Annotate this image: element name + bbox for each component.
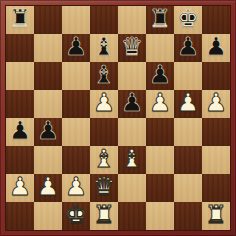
piece-white-pawn[interactable]: ♟ xyxy=(37,174,59,201)
piece-white-pawn[interactable]: ♟ xyxy=(65,174,87,201)
square-d1[interactable]: ♜ xyxy=(90,202,118,230)
piece-white-rook[interactable]: ♜ xyxy=(93,202,115,229)
square-f7[interactable] xyxy=(146,34,174,62)
square-h4[interactable] xyxy=(202,118,230,146)
square-c3[interactable] xyxy=(62,146,90,174)
square-g8[interactable]: ♚ xyxy=(174,6,202,34)
square-d3[interactable]: ♝ xyxy=(90,146,118,174)
square-c6[interactable] xyxy=(62,62,90,90)
square-h5[interactable]: ♟ xyxy=(202,90,230,118)
piece-white-pawn[interactable]: ♟ xyxy=(93,90,115,117)
square-f1[interactable] xyxy=(146,202,174,230)
piece-black-king[interactable]: ♚ xyxy=(177,6,199,33)
square-c1[interactable]: ♚ xyxy=(62,202,90,230)
square-h3[interactable] xyxy=(202,146,230,174)
piece-black-bishop[interactable]: ♝ xyxy=(93,62,115,89)
square-g7[interactable]: ♟ xyxy=(174,34,202,62)
square-a8[interactable]: ♜ xyxy=(6,6,34,34)
square-e4[interactable] xyxy=(118,118,146,146)
square-b8[interactable] xyxy=(34,6,62,34)
piece-white-pawn[interactable]: ♟ xyxy=(149,90,171,117)
piece-black-pawn[interactable]: ♟ xyxy=(121,90,143,117)
piece-white-bishop[interactable]: ♝ xyxy=(93,146,115,173)
square-e3[interactable]: ♝ xyxy=(118,146,146,174)
square-a5[interactable] xyxy=(6,90,34,118)
square-c8[interactable] xyxy=(62,6,90,34)
square-g2[interactable] xyxy=(174,174,202,202)
square-f2[interactable] xyxy=(146,174,174,202)
piece-white-bishop[interactable]: ♝ xyxy=(121,146,143,173)
square-a1[interactable] xyxy=(6,202,34,230)
square-b4[interactable]: ♟ xyxy=(34,118,62,146)
square-h1[interactable]: ♜ xyxy=(202,202,230,230)
piece-black-pawn[interactable]: ♟ xyxy=(65,34,87,61)
square-f4[interactable] xyxy=(146,118,174,146)
square-a3[interactable] xyxy=(6,146,34,174)
square-d4[interactable] xyxy=(90,118,118,146)
piece-black-pawn[interactable]: ♟ xyxy=(9,118,31,145)
piece-white-pawn[interactable]: ♟ xyxy=(9,174,31,201)
square-c2[interactable]: ♟ xyxy=(62,174,90,202)
piece-black-pawn[interactable]: ♟ xyxy=(205,34,227,61)
square-e8[interactable] xyxy=(118,6,146,34)
square-a6[interactable] xyxy=(6,62,34,90)
square-c7[interactable]: ♟ xyxy=(62,34,90,62)
square-e1[interactable] xyxy=(118,202,146,230)
square-f5[interactable]: ♟ xyxy=(146,90,174,118)
square-e5[interactable]: ♟ xyxy=(118,90,146,118)
square-d8[interactable] xyxy=(90,6,118,34)
square-e6[interactable] xyxy=(118,62,146,90)
square-h6[interactable] xyxy=(202,62,230,90)
square-d5[interactable]: ♟ xyxy=(90,90,118,118)
piece-white-king[interactable]: ♚ xyxy=(65,202,87,229)
square-d7[interactable]: ♝ xyxy=(90,34,118,62)
square-b5[interactable] xyxy=(34,90,62,118)
square-d6[interactable]: ♝ xyxy=(90,62,118,90)
square-c4[interactable] xyxy=(62,118,90,146)
square-a4[interactable]: ♟ xyxy=(6,118,34,146)
piece-black-bishop[interactable]: ♝ xyxy=(93,34,115,61)
square-b3[interactable] xyxy=(34,146,62,174)
piece-black-queen[interactable]: ♛ xyxy=(121,34,143,61)
square-h2[interactable] xyxy=(202,174,230,202)
piece-black-pawn[interactable]: ♟ xyxy=(149,62,171,89)
square-b7[interactable] xyxy=(34,34,62,62)
square-g6[interactable] xyxy=(174,62,202,90)
square-g1[interactable] xyxy=(174,202,202,230)
square-a2[interactable]: ♟ xyxy=(6,174,34,202)
square-e2[interactable] xyxy=(118,174,146,202)
piece-black-pawn[interactable]: ♟ xyxy=(37,118,59,145)
square-a7[interactable] xyxy=(6,34,34,62)
chess-board: ♜♜♚♟♝♛♟♟♝♟♟♟♟♟♟♟♟♝♝♟♟♟♛♚♜♜ xyxy=(6,6,230,230)
piece-white-pawn[interactable]: ♟ xyxy=(177,90,199,117)
piece-black-rook[interactable]: ♜ xyxy=(9,6,31,33)
board-frame: ♜♜♚♟♝♛♟♟♝♟♟♟♟♟♟♟♟♝♝♟♟♟♛♚♜♜ xyxy=(0,0,236,236)
piece-black-rook[interactable]: ♜ xyxy=(149,6,171,33)
square-b2[interactable]: ♟ xyxy=(34,174,62,202)
square-b1[interactable] xyxy=(34,202,62,230)
square-h8[interactable] xyxy=(202,6,230,34)
square-g3[interactable] xyxy=(174,146,202,174)
square-g4[interactable] xyxy=(174,118,202,146)
piece-white-rook[interactable]: ♜ xyxy=(205,202,227,229)
piece-black-pawn[interactable]: ♟ xyxy=(177,34,199,61)
square-d2[interactable]: ♛ xyxy=(90,174,118,202)
square-h7[interactable]: ♟ xyxy=(202,34,230,62)
piece-white-queen[interactable]: ♛ xyxy=(93,174,115,201)
square-f8[interactable]: ♜ xyxy=(146,6,174,34)
square-e7[interactable]: ♛ xyxy=(118,34,146,62)
square-g5[interactable]: ♟ xyxy=(174,90,202,118)
square-f3[interactable] xyxy=(146,146,174,174)
piece-white-pawn[interactable]: ♟ xyxy=(205,90,227,117)
square-c5[interactable] xyxy=(62,90,90,118)
square-f6[interactable]: ♟ xyxy=(146,62,174,90)
square-b6[interactable] xyxy=(34,62,62,90)
